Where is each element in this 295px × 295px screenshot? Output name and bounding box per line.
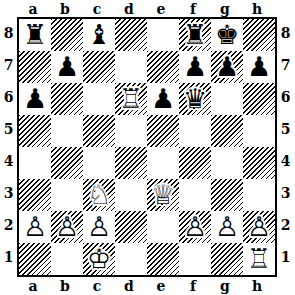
- square-c5[interactable]: [83, 115, 115, 147]
- square-c2[interactable]: ♟♙: [83, 211, 115, 243]
- rank-labels-left: 87654321: [0, 17, 17, 277]
- square-a7[interactable]: [19, 51, 51, 83]
- corner-spacer: [273, 0, 290, 17]
- piece-white-pawn: ♙: [243, 211, 275, 243]
- piece-white-rook: ♖: [243, 243, 275, 275]
- file-label-f-top: f: [177, 0, 209, 17]
- rank-label-1-left: 1: [0, 241, 17, 273]
- chess-board: ♜♜♝♝♜♜♚♚♟♟♟♟♟♟♟♟♟♟♜♖♟♟♛♛♞♘♛♕♟♙♟♙♟♙♟♙♟♙♟♙…: [17, 17, 277, 277]
- square-g6[interactable]: [211, 83, 243, 115]
- square-g4[interactable]: [211, 147, 243, 179]
- file-label-b-bottom: b: [49, 277, 81, 294]
- piece-black-pawn: ♟: [19, 83, 51, 115]
- square-b2[interactable]: ♟♙: [51, 211, 83, 243]
- square-c3[interactable]: ♞♘: [83, 179, 115, 211]
- file-label-g-top: g: [209, 0, 241, 17]
- square-h1[interactable]: ♜♖: [243, 243, 275, 275]
- file-label-b-top: b: [49, 0, 81, 17]
- square-e7[interactable]: [147, 51, 179, 83]
- piece-black-rook: ♜: [179, 19, 211, 51]
- piece-white-pawn: ♙: [19, 211, 51, 243]
- square-b3[interactable]: [51, 179, 83, 211]
- piece-white-queen: ♕: [147, 179, 179, 211]
- file-label-a-top: a: [17, 0, 49, 17]
- file-label-h-bottom: h: [241, 277, 273, 294]
- square-a2[interactable]: ♟♙: [19, 211, 51, 243]
- rank-label-6-right: 6: [277, 81, 294, 113]
- piece-white-pawn: ♙: [211, 211, 243, 243]
- square-f5[interactable]: [179, 115, 211, 147]
- corner-spacer: [273, 277, 290, 294]
- piece-black-bishop: ♝: [83, 19, 115, 51]
- rank-label-2-left: 2: [0, 209, 17, 241]
- square-g1[interactable]: [211, 243, 243, 275]
- square-e4[interactable]: [147, 147, 179, 179]
- square-d7[interactable]: [115, 51, 147, 83]
- file-label-e-bottom: e: [145, 277, 177, 294]
- corner-spacer: [0, 0, 17, 17]
- square-g2[interactable]: ♟♙: [211, 211, 243, 243]
- square-g7[interactable]: ♟♟: [211, 51, 243, 83]
- square-d2[interactable]: [115, 211, 147, 243]
- file-label-c-top: c: [81, 0, 113, 17]
- square-c8[interactable]: ♝♝: [83, 19, 115, 51]
- square-d6[interactable]: ♜♖: [115, 83, 147, 115]
- piece-white-pawn: ♙: [179, 211, 211, 243]
- file-label-d-top: d: [113, 0, 145, 17]
- piece-white-king: ♔: [83, 243, 115, 275]
- chess-diagram: abcdefgh 87654321 ♜♜♝♝♜♜♚♚♟♟♟♟♟♟♟♟♟♟♜♖♟♟…: [0, 0, 295, 295]
- piece-white-rook: ♖: [115, 83, 147, 115]
- square-a6[interactable]: ♟♟: [19, 83, 51, 115]
- file-label-c-bottom: c: [81, 277, 113, 294]
- file-label-g-bottom: g: [209, 277, 241, 294]
- square-h6[interactable]: [243, 83, 275, 115]
- square-c6[interactable]: [83, 83, 115, 115]
- rank-labels-right: 87654321: [277, 17, 294, 277]
- piece-white-pawn: ♙: [51, 211, 83, 243]
- square-f8[interactable]: ♜♜: [179, 19, 211, 51]
- square-e6[interactable]: ♟♟: [147, 83, 179, 115]
- piece-black-queen: ♛: [179, 83, 211, 115]
- rank-label-3-left: 3: [0, 177, 17, 209]
- square-b4[interactable]: [51, 147, 83, 179]
- file-label-h-top: h: [241, 0, 273, 17]
- rank-label-5-left: 5: [0, 113, 17, 145]
- rank-label-8-right: 8: [277, 17, 294, 49]
- square-f7[interactable]: ♟♟: [179, 51, 211, 83]
- rank-label-6-left: 6: [0, 81, 17, 113]
- square-a8[interactable]: ♜♜: [19, 19, 51, 51]
- rank-label-5-right: 5: [277, 113, 294, 145]
- rank-label-3-right: 3: [277, 177, 294, 209]
- file-label-e-top: e: [145, 0, 177, 17]
- square-e5[interactable]: [147, 115, 179, 147]
- square-b5[interactable]: [51, 115, 83, 147]
- square-f1[interactable]: [179, 243, 211, 275]
- square-h8[interactable]: [243, 19, 275, 51]
- square-g8[interactable]: ♚♚: [211, 19, 243, 51]
- square-f6[interactable]: ♛♛: [179, 83, 211, 115]
- rank-label-1-right: 1: [277, 241, 294, 273]
- square-d1[interactable]: [115, 243, 147, 275]
- piece-black-rook: ♜: [19, 19, 51, 51]
- file-label-d-bottom: d: [113, 277, 145, 294]
- square-f3[interactable]: [179, 179, 211, 211]
- square-c7[interactable]: [83, 51, 115, 83]
- rank-label-8-left: 8: [0, 17, 17, 49]
- piece-white-knight: ♘: [83, 179, 115, 211]
- square-g3[interactable]: [211, 179, 243, 211]
- square-h2[interactable]: ♟♙: [243, 211, 275, 243]
- square-e3[interactable]: ♛♕: [147, 179, 179, 211]
- rank-label-4-right: 4: [277, 145, 294, 177]
- piece-black-pawn: ♟: [243, 51, 275, 83]
- square-c4[interactable]: [83, 147, 115, 179]
- corner-spacer: [0, 277, 17, 294]
- piece-black-pawn: ♟: [179, 51, 211, 83]
- square-h3[interactable]: [243, 179, 275, 211]
- square-b8[interactable]: [51, 19, 83, 51]
- square-d5[interactable]: [115, 115, 147, 147]
- square-c1[interactable]: ♚♔: [83, 243, 115, 275]
- rank-label-4-left: 4: [0, 145, 17, 177]
- piece-black-pawn: ♟: [147, 83, 179, 115]
- square-b7[interactable]: ♟♟: [51, 51, 83, 83]
- square-h7[interactable]: ♟♟: [243, 51, 275, 83]
- square-e8[interactable]: [147, 19, 179, 51]
- square-a3[interactable]: [19, 179, 51, 211]
- square-h4[interactable]: [243, 147, 275, 179]
- square-g5[interactable]: [211, 115, 243, 147]
- piece-black-king: ♚: [211, 19, 243, 51]
- file-labels-bottom: abcdefgh: [0, 277, 295, 294]
- square-b6[interactable]: [51, 83, 83, 115]
- square-e2[interactable]: [147, 211, 179, 243]
- piece-white-pawn: ♙: [83, 211, 115, 243]
- square-f4[interactable]: [179, 147, 211, 179]
- file-label-a-bottom: a: [17, 277, 49, 294]
- square-b1[interactable]: [51, 243, 83, 275]
- square-h5[interactable]: [243, 115, 275, 147]
- square-a1[interactable]: [19, 243, 51, 275]
- square-d8[interactable]: [115, 19, 147, 51]
- square-d4[interactable]: [115, 147, 147, 179]
- square-a4[interactable]: [19, 147, 51, 179]
- rank-label-7-left: 7: [0, 49, 17, 81]
- rank-label-7-right: 7: [277, 49, 294, 81]
- file-label-f-bottom: f: [177, 277, 209, 294]
- piece-black-pawn: ♟: [211, 51, 243, 83]
- file-labels-top: abcdefgh: [0, 0, 295, 17]
- square-e1[interactable]: [147, 243, 179, 275]
- square-f2[interactable]: ♟♙: [179, 211, 211, 243]
- square-d3[interactable]: [115, 179, 147, 211]
- rank-label-2-right: 2: [277, 209, 294, 241]
- square-a5[interactable]: [19, 115, 51, 147]
- piece-black-pawn: ♟: [51, 51, 83, 83]
